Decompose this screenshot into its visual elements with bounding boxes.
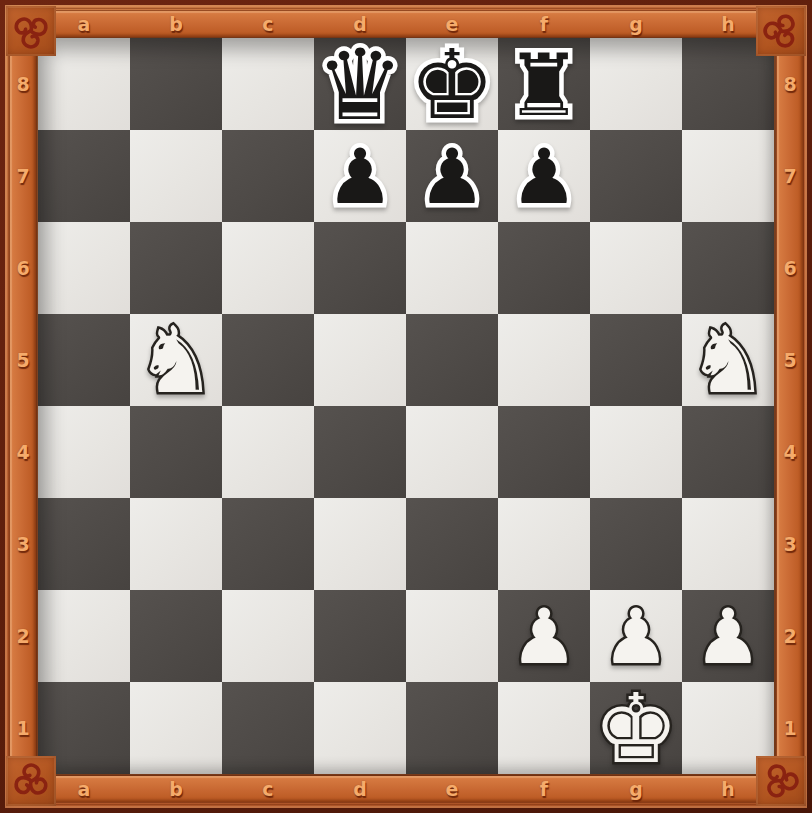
square-f5[interactable]: [498, 314, 590, 406]
piece-black-rook-f8[interactable]: ♜♜: [498, 38, 590, 130]
square-g2[interactable]: ♟♟: [590, 590, 682, 682]
square-h7[interactable]: [682, 130, 774, 222]
pawn-glyph-fill: ♟: [602, 599, 670, 675]
piece-white-pawn-h2[interactable]: ♟♟: [682, 590, 774, 682]
rank-label-4: 4: [777, 406, 803, 498]
square-d8[interactable]: ♛♛: [314, 38, 406, 130]
square-c8[interactable]: [222, 38, 314, 130]
pawn-glyph-fill: ♟: [510, 139, 578, 215]
square-b1[interactable]: [130, 682, 222, 774]
square-h5[interactable]: ♞♞: [682, 314, 774, 406]
pawn-glyph-fill: ♟: [418, 139, 486, 215]
rank-label-7: 7: [777, 130, 803, 222]
square-h6[interactable]: [682, 222, 774, 314]
rank-label-6: 6: [10, 222, 36, 314]
file-label-g: g: [590, 11, 682, 37]
square-c2[interactable]: [222, 590, 314, 682]
square-h2[interactable]: ♟♟: [682, 590, 774, 682]
file-labels-bottom: abcdefgh: [38, 776, 774, 802]
chess-board[interactable]: ♛♛♚♚♜♜♟♟♟♟♟♟♞♞♞♞♟♟♟♟♟♟♚♚: [38, 38, 774, 774]
file-label-d: d: [314, 776, 406, 802]
rank-label-2: 2: [777, 590, 803, 682]
square-d3[interactable]: [314, 498, 406, 590]
square-c5[interactable]: [222, 314, 314, 406]
queen-glyph-fill: ♛: [316, 36, 404, 134]
rank-labels-left: 87654321: [10, 38, 36, 774]
square-e5[interactable]: [406, 314, 498, 406]
rank-labels-right: 87654321: [777, 38, 803, 774]
square-g4[interactable]: [590, 406, 682, 498]
rank-label-5: 5: [10, 314, 36, 406]
file-label-c: c: [222, 11, 314, 37]
file-label-b: b: [130, 11, 222, 37]
king-glyph-fill: ♚: [593, 681, 679, 777]
square-e8[interactable]: ♚♚: [406, 38, 498, 130]
rank-label-3: 3: [777, 498, 803, 590]
square-h3[interactable]: [682, 498, 774, 590]
square-f8[interactable]: ♜♜: [498, 38, 590, 130]
knight-glyph-fill: ♞: [135, 315, 217, 407]
square-c4[interactable]: [222, 406, 314, 498]
square-g1[interactable]: ♚♚: [590, 682, 682, 774]
square-c6[interactable]: [222, 222, 314, 314]
corner-ornament-bottom-left: [6, 756, 56, 806]
triskelion-icon: [10, 760, 52, 802]
square-e3[interactable]: [406, 498, 498, 590]
square-c1[interactable]: [222, 682, 314, 774]
square-b6[interactable]: [130, 222, 222, 314]
square-b7[interactable]: [130, 130, 222, 222]
rank-label-7: 7: [10, 130, 36, 222]
square-d5[interactable]: [314, 314, 406, 406]
square-d7[interactable]: ♟♟: [314, 130, 406, 222]
square-b5[interactable]: ♞♞: [130, 314, 222, 406]
file-label-e: e: [406, 11, 498, 37]
file-label-d: d: [314, 11, 406, 37]
triskelion-icon: [760, 760, 802, 802]
knight-glyph-fill: ♞: [687, 315, 769, 407]
square-a4[interactable]: [38, 406, 130, 498]
piece-black-pawn-d7[interactable]: ♟♟: [314, 130, 406, 222]
square-g5[interactable]: [590, 314, 682, 406]
corner-ornament-top-right: [756, 6, 806, 56]
square-e2[interactable]: [406, 590, 498, 682]
square-g8[interactable]: [590, 38, 682, 130]
king-glyph-fill: ♚: [409, 37, 495, 133]
square-e4[interactable]: [406, 406, 498, 498]
rank-label-4: 4: [10, 406, 36, 498]
file-label-e: e: [406, 776, 498, 802]
square-f6[interactable]: [498, 222, 590, 314]
rank-label-6: 6: [777, 222, 803, 314]
square-e6[interactable]: [406, 222, 498, 314]
square-d2[interactable]: [314, 590, 406, 682]
pawn-glyph-fill: ♟: [694, 599, 762, 675]
square-g6[interactable]: [590, 222, 682, 314]
file-label-f: f: [498, 776, 590, 802]
triskelion-icon: [10, 10, 52, 52]
file-labels-top: abcdefgh: [38, 11, 774, 37]
square-c7[interactable]: [222, 130, 314, 222]
rank-label-2: 2: [10, 590, 36, 682]
square-f7[interactable]: ♟♟: [498, 130, 590, 222]
square-d1[interactable]: [314, 682, 406, 774]
file-label-b: b: [130, 776, 222, 802]
pawn-glyph-fill: ♟: [510, 599, 578, 675]
piece-white-knight-h5[interactable]: ♞♞: [682, 314, 774, 406]
corner-ornament-bottom-right: [756, 756, 806, 806]
piece-black-pawn-f7[interactable]: ♟♟: [498, 130, 590, 222]
piece-white-pawn-g2[interactable]: ♟♟: [590, 590, 682, 682]
square-a3[interactable]: [38, 498, 130, 590]
file-label-g: g: [590, 776, 682, 802]
square-d6[interactable]: [314, 222, 406, 314]
piece-black-king-e8[interactable]: ♚♚: [406, 38, 498, 130]
square-b2[interactable]: [130, 590, 222, 682]
file-label-f: f: [498, 11, 590, 37]
square-e7[interactable]: ♟♟: [406, 130, 498, 222]
piece-white-king-g1[interactable]: ♚♚: [590, 682, 682, 774]
rook-glyph-fill: ♜: [505, 42, 582, 128]
square-a7[interactable]: [38, 130, 130, 222]
square-c3[interactable]: [222, 498, 314, 590]
square-g7[interactable]: [590, 130, 682, 222]
square-a6[interactable]: [38, 222, 130, 314]
square-a2[interactable]: [38, 590, 130, 682]
chess-game-screen: abcdefgh abcdefgh 87654321 87654321 ♛♛♚♚…: [0, 0, 812, 813]
triskelion-icon: [760, 10, 802, 52]
piece-black-queen-d8[interactable]: ♛♛: [314, 38, 406, 130]
square-g3[interactable]: [590, 498, 682, 590]
square-e1[interactable]: [406, 682, 498, 774]
square-b4[interactable]: [130, 406, 222, 498]
square-d4[interactable]: [314, 406, 406, 498]
square-a5[interactable]: [38, 314, 130, 406]
square-f2[interactable]: ♟♟: [498, 590, 590, 682]
square-b3[interactable]: [130, 498, 222, 590]
rank-label-5: 5: [777, 314, 803, 406]
piece-black-pawn-e7[interactable]: ♟♟: [406, 130, 498, 222]
file-label-c: c: [222, 776, 314, 802]
square-f1[interactable]: [498, 682, 590, 774]
pawn-glyph-fill: ♟: [326, 139, 394, 215]
square-b8[interactable]: [130, 38, 222, 130]
square-f3[interactable]: [498, 498, 590, 590]
square-h4[interactable]: [682, 406, 774, 498]
piece-white-knight-b5[interactable]: ♞♞: [130, 314, 222, 406]
rank-label-3: 3: [10, 498, 36, 590]
square-f4[interactable]: [498, 406, 590, 498]
piece-white-pawn-f2[interactable]: ♟♟: [498, 590, 590, 682]
corner-ornament-top-left: [6, 6, 56, 56]
